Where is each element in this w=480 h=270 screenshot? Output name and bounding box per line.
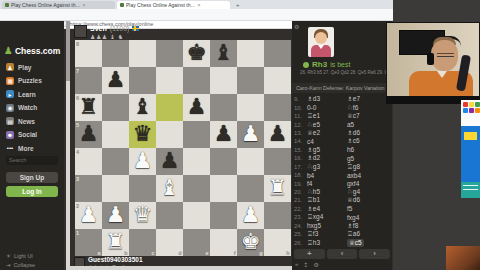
background-window-toolbar (461, 100, 480, 126)
white-move[interactable]: ♕e2 (307, 129, 347, 137)
square-g3[interactable] (237, 175, 264, 202)
puzzles-icon: ▦ (6, 77, 14, 85)
square-h4[interactable] (264, 148, 291, 175)
square-h6[interactable] (264, 94, 291, 121)
tab-close-icon[interactable]: × (197, 2, 200, 8)
tab-close-icon[interactable]: × (82, 2, 85, 8)
black-move[interactable]: ♖g8 (347, 163, 387, 171)
move-number: 15. (294, 147, 307, 153)
black-move[interactable]: ♘f6 (347, 104, 387, 112)
square-b7[interactable]: ♟ (102, 67, 129, 94)
square-f2[interactable] (210, 202, 237, 229)
black-queen-c5[interactable]: ♛ (129, 121, 156, 148)
teal-footer (461, 182, 480, 198)
player-name[interactable]: Guest0940303501 (88, 256, 143, 263)
move-row-10: 10.0-0♘f6 (294, 103, 390, 111)
black-move[interactable]: f5 (347, 205, 387, 212)
black-king-e8[interactable]: ♚ (183, 40, 210, 67)
move-number: 13. (294, 130, 307, 136)
opponent-rating: (1100) (110, 25, 130, 32)
social-icon: ☻ (6, 131, 14, 139)
square-c2[interactable]: ♛ (129, 202, 156, 229)
rank-label: 7 (76, 68, 79, 74)
square-a7[interactable]: 7 (75, 67, 102, 94)
mini-icon (475, 108, 480, 113)
move-row-13: 13.♕e2♗d6 (294, 129, 390, 137)
settings-icon[interactable]: ⚙ (313, 261, 318, 268)
square-d8[interactable] (156, 40, 183, 67)
square-e1[interactable]: e (183, 229, 210, 256)
black-move[interactable]: ♗f8 (347, 222, 387, 230)
move-number: 25. (294, 231, 307, 237)
file-label: a (97, 250, 100, 256)
tab-title: Play Chess Online Against th… (11, 2, 80, 8)
square-b8[interactable] (102, 40, 129, 67)
square-a1[interactable]: 1a (75, 229, 102, 256)
square-e6[interactable]: ♟ (183, 94, 210, 121)
yellow-highlight (464, 132, 477, 140)
square-h8[interactable] (264, 40, 291, 67)
sidebar-footer-light-ui[interactable]: ☀Light UI (6, 252, 62, 260)
move-row-22: 22.♗e4f5 (294, 205, 390, 213)
square-f1[interactable]: f (210, 229, 237, 256)
feedback-move: Rh3 (312, 60, 327, 69)
square-d1[interactable]: d (156, 229, 183, 256)
move-number: 20. (294, 189, 307, 195)
browser-url-bar: ← → ⟳ ⓘ https://www.chess.com/play/onlin… (0, 9, 393, 21)
mini-icon (475, 102, 480, 107)
square-c1[interactable]: c (129, 229, 156, 256)
white-move[interactable]: hxg5 (307, 222, 347, 229)
move-row-20: 20.♘h5♘g4 (294, 188, 390, 196)
mini-icon (469, 108, 474, 113)
square-a5[interactable]: 5♟ (75, 121, 102, 148)
add-variation-button[interactable]: + (294, 249, 325, 259)
square-c7[interactable] (129, 67, 156, 94)
opening-name: Caro-Kann Defense: Karpov Variation (292, 83, 392, 93)
sidebar-item-label: Play (18, 64, 31, 71)
square-b6[interactable] (102, 94, 129, 121)
more-icon: ••• (6, 144, 14, 152)
white-move[interactable]: ♘e5 (307, 121, 347, 129)
square-c8[interactable] (129, 40, 156, 67)
page-bottom-edge (70, 266, 292, 270)
engine-best-line: 26. Rh3 b5 27. Qe3 Qd2 28. Qe5 Ra6 29. Q… (300, 70, 388, 75)
square-g1[interactable]: g♚ (237, 229, 264, 256)
white-move[interactable]: ♖xg4 (307, 213, 347, 221)
white-move[interactable]: ♗d3 (307, 95, 347, 103)
file-label: c (151, 250, 154, 256)
square-h7[interactable] (264, 67, 291, 94)
learn-icon: ▸ (6, 90, 14, 98)
square-b2[interactable]: ♟ (102, 202, 129, 229)
collapse-icon: ⇥ (6, 262, 11, 268)
background-window[interactable] (461, 100, 480, 198)
square-e2[interactable] (183, 202, 210, 229)
opponent-avatar[interactable] (74, 25, 87, 38)
square-f6[interactable] (210, 94, 237, 121)
move-list: 9.♗d3♗e710.0-0♘f611.♖e1♕c712.♘e5a513.♕e2… (294, 95, 390, 247)
file-label: d (178, 250, 181, 256)
black-move[interactable]: ♕c5 (347, 239, 364, 247)
move-row-9: 9.♗d3♗e7 (294, 95, 390, 103)
square-g8[interactable] (237, 40, 264, 67)
white-move[interactable]: ♖h3 (307, 239, 347, 247)
black-pawn-b7[interactable]: ♟ (102, 67, 129, 94)
move-number: 23. (294, 214, 307, 220)
square-g7[interactable] (237, 67, 264, 94)
black-move[interactable]: fxg4 (347, 214, 387, 221)
square-f3[interactable] (210, 175, 237, 202)
rank-label: 4 (76, 149, 79, 155)
black-pawn-a5[interactable]: ♟ (75, 121, 102, 148)
move-number: 16. (294, 155, 307, 161)
new-tab-button[interactable]: + (236, 2, 240, 8)
signup-button[interactable]: Sign Up (6, 172, 58, 183)
logo-text: Chess.com (15, 46, 60, 56)
move-row-24: 24.hxg5♗f8 (294, 222, 390, 230)
black-pawn-h5[interactable]: ♟ (264, 121, 291, 148)
play-icon: ♟ (6, 63, 14, 71)
login-button[interactable]: Log In (6, 186, 58, 197)
white-move[interactable]: ♗e4 (307, 205, 347, 213)
square-b1[interactable]: b♜ (102, 229, 129, 256)
move-number: 26. (294, 240, 307, 246)
move-row-25: 25.♖f3♖a6 (294, 230, 390, 238)
move-number: 18. (294, 172, 307, 178)
white-move[interactable]: f4 (307, 180, 347, 187)
square-d4[interactable]: ♟ (156, 148, 183, 175)
square-c5[interactable]: ♛ (129, 121, 156, 148)
square-c6[interactable]: ♝ (129, 94, 156, 121)
square-g5[interactable]: ♟ (237, 121, 264, 148)
white-queen-c2[interactable]: ♛ (129, 202, 156, 229)
square-h3[interactable]: ♜ (264, 175, 291, 202)
tab-title: Play Chess Online Against th… (126, 2, 195, 8)
watch-icon: ◉ (6, 104, 14, 112)
move-number: 19. (294, 181, 307, 187)
square-e7[interactable] (183, 67, 210, 94)
white-move[interactable]: ♗d2 (307, 154, 347, 162)
sidebar-item-puzzles[interactable]: ▦Puzzles (6, 75, 62, 87)
white-move[interactable]: ♘h5 (307, 188, 347, 196)
square-b4[interactable] (102, 148, 129, 175)
sidebar-item-label: Learn (18, 91, 36, 98)
move-row-14: 14.c4♗c6 (294, 137, 390, 145)
square-c4[interactable]: ♟ (129, 148, 156, 175)
webcam-video (386, 22, 480, 104)
square-h2[interactable] (264, 202, 291, 229)
coach-face (315, 32, 327, 44)
square-a6[interactable]: 6♜ (75, 94, 102, 121)
square-e5[interactable] (183, 121, 210, 148)
move-number: 14. (294, 138, 307, 144)
white-king-g1[interactable]: ♚ (237, 229, 264, 256)
square-d3[interactable]: ♝ (156, 175, 183, 202)
file-label: h (286, 250, 289, 256)
white-pawn-g2[interactable]: ♟ (237, 202, 264, 229)
black-move[interactable]: ♗c6 (347, 137, 387, 145)
white-pawn-b2[interactable]: ♟ (102, 202, 129, 229)
square-d2[interactable] (156, 202, 183, 229)
sidebar-item-label: Social (18, 131, 37, 138)
black-move[interactable]: axb4 (347, 172, 387, 179)
black-move[interactable]: ♕c7 (347, 112, 387, 120)
logo-pawn-icon: ♟ (4, 46, 13, 56)
move-row-19: 19.f4gxf4 (294, 179, 390, 187)
move-number: 24. (294, 223, 307, 229)
scrollbar-thumb[interactable] (66, 21, 70, 81)
white-move[interactable]: b4 (307, 172, 347, 179)
rank-label: 3 (76, 176, 79, 182)
square-a3[interactable]: 3 (75, 175, 102, 202)
black-move[interactable]: a5 (347, 121, 387, 128)
opponent-player-bar: Sven (1100) (90, 25, 139, 32)
white-pawn-c4[interactable]: ♟ (129, 148, 156, 175)
chess-board: 8♚♝7♟6♜♝♟5♟♛♟♟♟4♟♟3♝♜2♟♟♛♟1ab♜cdefg♚h (75, 40, 291, 256)
black-move[interactable]: ♗d6 (347, 129, 387, 137)
sweden-flag-icon (132, 26, 139, 31)
rank-label: 8 (76, 41, 79, 47)
sidebar-item-label: News (18, 118, 35, 125)
square-h5[interactable]: ♟ (264, 121, 291, 148)
black-move[interactable]: ♗e7 (347, 95, 387, 103)
move-number: 12. (294, 122, 307, 128)
white-move[interactable]: ♖e1 (307, 112, 347, 120)
move-row-12: 12.♘e5a5 (294, 120, 390, 128)
move-number: 17. (294, 164, 307, 170)
square-f7[interactable] (210, 67, 237, 94)
sidebar-item-learn[interactable]: ▸Learn (6, 88, 62, 100)
square-c3[interactable] (129, 175, 156, 202)
browser-tab-2-active[interactable]: Play Chess Online Against th… × (117, 1, 230, 9)
move-controls: + ‹ › (294, 249, 390, 259)
black-pawn-d4[interactable]: ♟ (156, 148, 183, 175)
square-d5[interactable] (156, 121, 183, 148)
news-icon: ▤ (6, 117, 14, 125)
opponent-captured-pieces: ♟♟♟ ♝ ♞ (90, 33, 124, 40)
move-number: 11. (294, 113, 307, 119)
square-g6[interactable] (237, 94, 264, 121)
player-bar: Guest0940303501 (88, 256, 143, 263)
move-row-21: 21.♖b1♕d6 (294, 196, 390, 204)
mini-icon (463, 102, 468, 107)
sidebar-footer-collapse[interactable]: ⇥Collapse (6, 261, 62, 269)
move-row-26: 26.♖h3♕c5 (294, 238, 390, 246)
white-rook-b1[interactable]: ♜ (102, 229, 129, 256)
square-f5[interactable]: ♟ (210, 121, 237, 148)
black-move[interactable]: h6 (347, 146, 387, 153)
black-move[interactable]: g5 (347, 155, 387, 162)
white-rook-h3[interactable]: ♜ (264, 175, 291, 202)
move-feedback: Rh3 is best (303, 60, 350, 69)
move-number: 21. (294, 197, 307, 203)
black-rook-a6[interactable]: ♜ (75, 94, 102, 121)
headphones-earcup (427, 53, 434, 65)
sidebar-item-label: More (18, 145, 34, 152)
move-number: 22. (294, 206, 307, 212)
sidebar-item-label: Watch (18, 104, 37, 111)
search-input[interactable]: Search (6, 156, 58, 165)
square-d6[interactable] (156, 94, 183, 121)
chesscom-logo[interactable]: ♟ Chess.com (4, 46, 60, 56)
bottom-right-window-corner (446, 246, 480, 270)
move-number: 9. (294, 96, 307, 102)
black-move[interactable]: ♘g4 (347, 188, 387, 196)
square-e8[interactable]: ♚ (183, 40, 210, 67)
square-a8[interactable]: 8 (75, 40, 102, 67)
panel-settings-icon[interactable]: ⚙ (294, 23, 299, 30)
panel-footer-icons: «↥⚙ (295, 261, 319, 268)
move-number: 10. (294, 105, 307, 111)
move-row-23: 23.♖xg4fxg4 (294, 213, 390, 221)
white-move[interactable]: ♘g3 (307, 163, 347, 171)
upload-icon[interactable]: ↥ (303, 261, 308, 268)
square-d7[interactable] (156, 67, 183, 94)
feedback-text: is best (330, 61, 350, 68)
square-f8[interactable]: ♝ (210, 40, 237, 67)
opponent-name[interactable]: Sven (90, 25, 107, 32)
square-h1[interactable]: h (264, 229, 291, 256)
footer-label: Light UI (14, 253, 33, 259)
black-bishop-f8[interactable]: ♝ (210, 40, 237, 67)
white-pawn-a2[interactable]: ♟ (75, 202, 102, 229)
square-g4[interactable] (237, 148, 264, 175)
square-a2[interactable]: 2♟ (75, 202, 102, 229)
white-move[interactable]: ♖b1 (307, 196, 347, 204)
light-ui-icon: ☀ (6, 253, 11, 259)
black-move[interactable]: gxf4 (347, 180, 387, 187)
white-bishop-d3[interactable]: ♝ (156, 175, 183, 202)
black-move[interactable]: ♕d6 (347, 196, 387, 204)
browser-tab-bar: Play Chess Online Against th… × Play Che… (0, 0, 393, 9)
file-label: f (234, 250, 236, 256)
mini-icon (463, 108, 468, 113)
best-move-badge-icon (303, 62, 309, 68)
footer-label: Collapse (14, 262, 35, 268)
square-a4[interactable]: 4 (75, 148, 102, 175)
move-row-11: 11.♖e1♕c7 (294, 112, 390, 120)
white-pawn-g5[interactable]: ♟ (237, 121, 264, 148)
move-row-17: 17.♘g3♖g8 (294, 163, 390, 171)
share-icon[interactable]: « (295, 261, 298, 268)
mini-icon (469, 102, 474, 107)
move-row-15: 15.♗g5h6 (294, 146, 390, 154)
streamer-glasses (437, 53, 454, 57)
browser-window: Play Chess Online Against th… × Play Che… (0, 0, 393, 270)
square-e4[interactable] (183, 148, 210, 175)
white-move[interactable]: 0-0 (307, 104, 347, 111)
coach-avatar (308, 27, 334, 57)
rank-label: 1 (76, 230, 79, 236)
black-move[interactable]: ♖a6 (347, 230, 387, 238)
square-b3[interactable] (102, 175, 129, 202)
square-b5[interactable] (102, 121, 129, 148)
sidebar-item-watch[interactable]: ◉Watch (6, 102, 62, 114)
chesscom-favicon (120, 3, 124, 7)
sidebar-item-play[interactable]: ♟Play (6, 61, 62, 73)
file-label: e (205, 250, 208, 256)
white-move[interactable]: c4 (307, 138, 347, 145)
black-pawn-f5[interactable]: ♟ (210, 121, 237, 148)
browser-tab-1[interactable]: Play Chess Online Against th… × (2, 1, 115, 9)
square-g2[interactable]: ♟ (237, 202, 264, 229)
sidebar-item-more[interactable]: •••More (6, 142, 62, 154)
white-move[interactable]: ♗g5 (307, 146, 347, 154)
white-move[interactable]: ♖f3 (307, 230, 347, 238)
square-f4[interactable] (210, 148, 237, 175)
square-e3[interactable] (183, 175, 210, 202)
chesscom-favicon (5, 3, 9, 7)
black-bishop-c6[interactable]: ♝ (129, 94, 156, 121)
black-pawn-e6[interactable]: ♟ (183, 94, 210, 121)
sidebar-item-social[interactable]: ☻Social (6, 129, 62, 141)
sidebar-item-label: Puzzles (18, 77, 42, 84)
move-row-16: 16.♗d2g5 (294, 154, 390, 162)
stream-canvas: Play Chess Online Against th… × Play Che… (0, 0, 480, 270)
next-move-button[interactable]: › (359, 249, 390, 259)
prev-move-button[interactable]: ‹ (327, 249, 358, 259)
sidebar-item-news[interactable]: ▤News (6, 115, 62, 127)
chesscom-sidebar: ♟ Chess.com ♟Play▦Puzzles▸Learn◉Watch▤Ne… (0, 21, 64, 270)
move-row-18: 18.b4axb4 (294, 171, 390, 179)
